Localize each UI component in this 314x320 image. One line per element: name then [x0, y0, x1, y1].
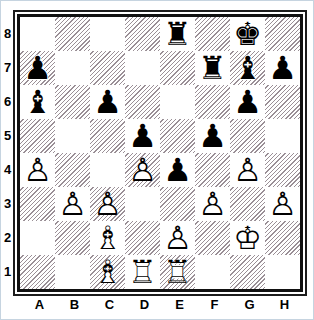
square-g2: ♚♔ — [230, 221, 265, 255]
file-label-f: F — [197, 297, 232, 312]
square-g6: ♟ — [230, 85, 265, 119]
square-h4 — [265, 153, 300, 187]
white-rook-d1: ♜♖ — [125, 255, 160, 289]
square-e1: ♜♖ — [160, 255, 195, 289]
square-e6 — [160, 85, 195, 119]
black-rook-f7: ♜ — [195, 51, 230, 85]
black-bishop-g7: ♝ — [230, 51, 265, 85]
file-label-h: H — [267, 297, 302, 312]
square-a5 — [20, 119, 55, 153]
white-rook-e1: ♜♖ — [160, 255, 195, 289]
board-frame: ♜♚♟♜♝♟♝♟♟♟♟♟♙♟♙♟♟♙♟♙♟♙♟♙♟♙♝♗♟♙♚♔♝♗♜♖♜♖ — [13, 10, 307, 296]
square-a4: ♟♙ — [20, 153, 55, 187]
square-e4: ♟ — [160, 153, 195, 187]
square-c7 — [90, 51, 125, 85]
square-f1 — [195, 255, 230, 289]
square-d4: ♟♙ — [125, 153, 160, 187]
square-a3 — [20, 187, 55, 221]
file-label-g: G — [232, 297, 267, 312]
file-label-e: E — [162, 297, 197, 312]
square-f6 — [195, 85, 230, 119]
square-g3 — [230, 187, 265, 221]
square-c4 — [90, 153, 125, 187]
rank-label-8: 8 — [2, 17, 13, 51]
square-d7 — [125, 51, 160, 85]
square-h7: ♟ — [265, 51, 300, 85]
white-pawn-a4: ♟♙ — [20, 153, 55, 187]
square-c3: ♟♙ — [90, 187, 125, 221]
rank-labels: 87654321 — [2, 17, 13, 289]
square-a6: ♝ — [20, 85, 55, 119]
square-e5 — [160, 119, 195, 153]
square-d2 — [125, 221, 160, 255]
square-b3: ♟♙ — [55, 187, 90, 221]
square-b6 — [55, 85, 90, 119]
square-f8 — [195, 17, 230, 51]
square-b5 — [55, 119, 90, 153]
rank-label-2: 2 — [2, 221, 13, 255]
square-h1 — [265, 255, 300, 289]
square-b8 — [55, 17, 90, 51]
square-d3 — [125, 187, 160, 221]
square-a2 — [20, 221, 55, 255]
square-e7 — [160, 51, 195, 85]
square-h8 — [265, 17, 300, 51]
file-labels: ABCDEFGH — [22, 297, 302, 312]
square-c1: ♝♗ — [90, 255, 125, 289]
square-c8 — [90, 17, 125, 51]
rank-label-4: 4 — [2, 153, 13, 187]
file-label-a: A — [22, 297, 57, 312]
square-h5 — [265, 119, 300, 153]
rank-label-5: 5 — [2, 119, 13, 153]
rank-label-1: 1 — [2, 255, 13, 289]
white-pawn-c3: ♟♙ — [90, 187, 125, 221]
square-c2: ♝♗ — [90, 221, 125, 255]
white-bishop-c2: ♝♗ — [90, 221, 125, 255]
square-g4: ♟♙ — [230, 153, 265, 187]
board-grid: ♜♚♟♜♝♟♝♟♟♟♟♟♙♟♙♟♟♙♟♙♟♙♟♙♟♙♝♗♟♙♚♔♝♗♜♖♜♖ — [20, 17, 300, 289]
rank-label-3: 3 — [2, 187, 13, 221]
square-h2 — [265, 221, 300, 255]
square-b7 — [55, 51, 90, 85]
square-f4 — [195, 153, 230, 187]
rank-label-6: 6 — [2, 85, 13, 119]
white-pawn-g4: ♟♙ — [230, 153, 265, 187]
square-f7: ♜ — [195, 51, 230, 85]
rank-label-7: 7 — [2, 51, 13, 85]
white-pawn-h3: ♟♙ — [265, 187, 300, 221]
file-label-d: D — [127, 297, 162, 312]
white-pawn-f3: ♟♙ — [195, 187, 230, 221]
black-rook-e8: ♜ — [160, 17, 195, 51]
square-d8 — [125, 17, 160, 51]
white-pawn-e2: ♟♙ — [160, 221, 195, 255]
white-bishop-c1: ♝♗ — [90, 255, 125, 289]
white-pawn-d4: ♟♙ — [125, 153, 160, 187]
square-h3: ♟♙ — [265, 187, 300, 221]
square-f2 — [195, 221, 230, 255]
chess-diagram: 87654321 ♜♚♟♜♝♟♝♟♟♟♟♟♙♟♙♟♟♙♟♙♟♙♟♙♟♙♝♗♟♙♚… — [0, 0, 314, 320]
square-e2: ♟♙ — [160, 221, 195, 255]
black-pawn-a7: ♟ — [20, 51, 55, 85]
black-pawn-f5: ♟ — [195, 119, 230, 153]
black-pawn-e4: ♟ — [160, 153, 195, 187]
black-pawn-h7: ♟ — [265, 51, 300, 85]
square-d5: ♟ — [125, 119, 160, 153]
black-bishop-a6: ♝ — [20, 85, 55, 119]
square-g7: ♝ — [230, 51, 265, 85]
square-g1 — [230, 255, 265, 289]
file-label-c: C — [92, 297, 127, 312]
square-g8: ♚ — [230, 17, 265, 51]
board-inner-frame: ♜♚♟♜♝♟♝♟♟♟♟♟♙♟♙♟♟♙♟♙♟♙♟♙♟♙♝♗♟♙♚♔♝♗♜♖♜♖ — [17, 14, 303, 292]
square-a7: ♟ — [20, 51, 55, 85]
file-label-b: B — [57, 297, 92, 312]
square-g5 — [230, 119, 265, 153]
black-pawn-d5: ♟ — [125, 119, 160, 153]
square-a8 — [20, 17, 55, 51]
square-h6 — [265, 85, 300, 119]
white-pawn-b3: ♟♙ — [55, 187, 90, 221]
square-c6: ♟ — [90, 85, 125, 119]
square-d1: ♜♖ — [125, 255, 160, 289]
square-b1 — [55, 255, 90, 289]
square-e3 — [160, 187, 195, 221]
square-b2 — [55, 221, 90, 255]
square-c5 — [90, 119, 125, 153]
black-pawn-g6: ♟ — [230, 85, 265, 119]
square-f3: ♟♙ — [195, 187, 230, 221]
white-king-g2: ♚♔ — [230, 221, 265, 255]
square-e8: ♜ — [160, 17, 195, 51]
square-a1 — [20, 255, 55, 289]
square-b4 — [55, 153, 90, 187]
black-king-g8: ♚ — [230, 17, 265, 51]
square-d6 — [125, 85, 160, 119]
square-f5: ♟ — [195, 119, 230, 153]
black-pawn-c6: ♟ — [90, 85, 125, 119]
